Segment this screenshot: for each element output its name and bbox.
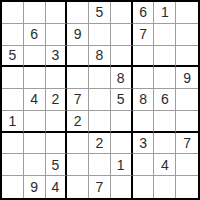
sudoku-cell-r7c1[interactable] [2,133,24,155]
sudoku-cell-r5c7: 8 [133,89,155,111]
sudoku-cell-r7c7: 3 [133,133,155,155]
sudoku-cell-r9c1[interactable] [2,176,24,198]
sudoku-board: 5616975388942758612237514947 [0,0,200,200]
sudoku-cell-r3c5: 8 [89,46,111,68]
sudoku-cell-r5c9[interactable] [176,89,198,111]
sudoku-cell-r6c3[interactable] [46,111,68,133]
sudoku-cell-r4c2[interactable] [24,67,46,89]
sudoku-cell-r9c4[interactable] [67,176,89,198]
sudoku-cell-r7c9: 7 [176,133,198,155]
sudoku-cell-r2c1[interactable] [2,24,24,46]
sudoku-cell-r1c6[interactable] [111,2,133,24]
sudoku-cell-r2c2: 6 [24,24,46,46]
sudoku-cell-r8c5[interactable] [89,154,111,176]
sudoku-cell-r9c8[interactable] [154,176,176,198]
sudoku-cell-r9c9[interactable] [176,176,198,198]
sudoku-cell-r7c4[interactable] [67,133,89,155]
sudoku-cell-r3c1: 5 [2,46,24,68]
sudoku-cell-r2c9[interactable] [176,24,198,46]
sudoku-cell-r3c8[interactable] [154,46,176,68]
sudoku-cell-r9c6[interactable] [111,176,133,198]
sudoku-cell-r6c6[interactable] [111,111,133,133]
sudoku-cell-r6c7[interactable] [133,111,155,133]
sudoku-cell-r3c4[interactable] [67,46,89,68]
sudoku-cell-r8c3: 5 [46,154,68,176]
sudoku-cell-r6c8[interactable] [154,111,176,133]
sudoku-cell-r4c1[interactable] [2,67,24,89]
sudoku-cell-r8c4[interactable] [67,154,89,176]
sudoku-cell-r1c3[interactable] [46,2,68,24]
sudoku-cell-r3c7[interactable] [133,46,155,68]
sudoku-cell-r2c7: 7 [133,24,155,46]
sudoku-cell-r3c3: 3 [46,46,68,68]
sudoku-cell-r1c2[interactable] [24,2,46,24]
sudoku-cell-r5c8: 6 [154,89,176,111]
sudoku-cell-r3c9[interactable] [176,46,198,68]
sudoku-cell-r6c9[interactable] [176,111,198,133]
sudoku-cell-r5c4: 7 [67,89,89,111]
sudoku-cell-r4c5[interactable] [89,67,111,89]
sudoku-cell-r7c6[interactable] [111,133,133,155]
sudoku-cell-r9c3: 4 [46,176,68,198]
sudoku-cell-r1c1[interactable] [2,2,24,24]
sudoku-cell-r6c2[interactable] [24,111,46,133]
sudoku-cell-r1c8: 1 [154,2,176,24]
sudoku-cell-r1c9[interactable] [176,2,198,24]
sudoku-cell-r6c1: 1 [2,111,24,133]
sudoku-cell-r5c2: 4 [24,89,46,111]
sudoku-cell-r2c5[interactable] [89,24,111,46]
sudoku-cell-r4c8[interactable] [154,67,176,89]
sudoku-cell-r9c2: 9 [24,176,46,198]
sudoku-cell-r8c8: 4 [154,154,176,176]
sudoku-cell-r1c5: 5 [89,2,111,24]
sudoku-cell-r7c2[interactable] [24,133,46,155]
sudoku-cell-r2c3[interactable] [46,24,68,46]
sudoku-cell-r4c9: 9 [176,67,198,89]
sudoku-cell-r3c2[interactable] [24,46,46,68]
sudoku-cell-r7c8[interactable] [154,133,176,155]
sudoku-cell-r5c6: 5 [111,89,133,111]
sudoku-cell-r8c1[interactable] [2,154,24,176]
sudoku-cell-r4c7[interactable] [133,67,155,89]
sudoku-cell-r1c4[interactable] [67,2,89,24]
sudoku-cell-r4c4[interactable] [67,67,89,89]
sudoku-cell-r8c7[interactable] [133,154,155,176]
sudoku-cell-r8c9[interactable] [176,154,198,176]
sudoku-cell-r5c3: 2 [46,89,68,111]
sudoku-cell-r3c6[interactable] [111,46,133,68]
sudoku-cell-r9c5: 7 [89,176,111,198]
sudoku-cell-r2c4: 9 [67,24,89,46]
sudoku-cell-r8c2[interactable] [24,154,46,176]
sudoku-cell-r5c5[interactable] [89,89,111,111]
sudoku-cell-r6c4: 2 [67,111,89,133]
sudoku-cell-r7c3[interactable] [46,133,68,155]
sudoku-cell-r1c7: 6 [133,2,155,24]
sudoku-cell-r9c7[interactable] [133,176,155,198]
sudoku-cell-r4c3[interactable] [46,67,68,89]
sudoku-cell-r2c8[interactable] [154,24,176,46]
sudoku-cell-r8c6: 1 [111,154,133,176]
sudoku-cell-r5c1[interactable] [2,89,24,111]
sudoku-cell-r7c5: 2 [89,133,111,155]
sudoku-cell-r2c6[interactable] [111,24,133,46]
sudoku-cell-r6c5[interactable] [89,111,111,133]
sudoku-cell-r4c6: 8 [111,67,133,89]
